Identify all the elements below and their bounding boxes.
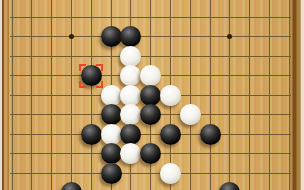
grid-line-horizontal [10,173,291,174]
white-stone [160,85,181,106]
white-stone [101,85,122,106]
white-stone [180,104,201,125]
white-stone [120,46,141,67]
black-stone [200,124,221,145]
black-stone [101,26,122,47]
black-stone [160,124,181,145]
grid-line-horizontal [10,134,291,135]
board-left-edge [0,0,9,190]
last-move-marker [79,64,103,88]
white-stone [160,163,181,184]
grid-line-horizontal [10,56,291,57]
grid-line-horizontal [10,17,291,18]
black-stone [101,143,122,164]
black-stone [120,124,141,145]
board-right-edge [289,0,304,190]
black-stone [140,85,161,106]
black-stone [140,104,161,125]
black-stone [101,163,122,184]
black-stone [101,104,122,125]
star-point [69,34,74,39]
grid-line-horizontal [10,36,291,37]
black-stone [81,124,102,145]
white-stone [101,124,122,145]
white-stone [140,65,161,86]
goban-board[interactable] [0,0,304,190]
black-stone [140,143,161,164]
white-stone [120,85,141,106]
